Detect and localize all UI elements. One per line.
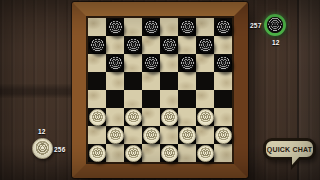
board-square[interactable] — [214, 36, 232, 54]
checkers-board — [88, 18, 232, 162]
quick-chat-button[interactable]: QUICK CHAT — [263, 138, 316, 160]
light-checker[interactable] — [197, 145, 214, 162]
board-square[interactable] — [106, 144, 124, 162]
board-square[interactable] — [106, 72, 124, 90]
dark-checker[interactable] — [125, 37, 142, 54]
board-square[interactable] — [214, 72, 232, 90]
board-square[interactable] — [124, 144, 142, 162]
dark-checker[interactable] — [215, 19, 232, 36]
board-square[interactable] — [124, 54, 142, 72]
board-square[interactable] — [160, 108, 178, 126]
board-square[interactable] — [196, 72, 214, 90]
board-square[interactable] — [88, 108, 106, 126]
dark-checker[interactable] — [89, 37, 106, 54]
game-stage: 257 12 12 256 QUICK CHAT — [0, 0, 320, 180]
board-square[interactable] — [178, 72, 196, 90]
board-square[interactable] — [124, 126, 142, 144]
dark-checker[interactable] — [179, 19, 196, 36]
board-square[interactable] — [196, 144, 214, 162]
opponent-score: 257 — [250, 22, 261, 29]
board-square[interactable] — [106, 18, 124, 36]
board-square[interactable] — [214, 126, 232, 144]
board-square[interactable] — [196, 36, 214, 54]
light-checker[interactable] — [89, 145, 106, 162]
board-square[interactable] — [106, 126, 124, 144]
board-square[interactable] — [214, 54, 232, 72]
board-square[interactable] — [160, 54, 178, 72]
board-square[interactable] — [88, 54, 106, 72]
light-checker[interactable] — [215, 127, 232, 144]
board-square[interactable] — [160, 72, 178, 90]
board-square[interactable] — [142, 54, 160, 72]
wood-plank-shadow — [0, 84, 74, 98]
dark-checker[interactable] — [107, 19, 124, 36]
light-checker[interactable] — [161, 109, 178, 126]
board-square[interactable] — [124, 72, 142, 90]
board-square[interactable] — [124, 90, 142, 108]
board-square[interactable] — [214, 144, 232, 162]
turn-indicator-ring — [264, 14, 286, 36]
opponent-checker-icon — [267, 17, 283, 33]
quick-chat-bubble-tail-fill — [292, 156, 300, 165]
board-square[interactable] — [196, 18, 214, 36]
board-square[interactable] — [160, 36, 178, 54]
board-square[interactable] — [160, 144, 178, 162]
light-checker[interactable] — [197, 109, 214, 126]
board-square[interactable] — [106, 90, 124, 108]
board-square[interactable] — [124, 18, 142, 36]
board-square[interactable] — [142, 90, 160, 108]
light-checker[interactable] — [125, 109, 142, 126]
board-square[interactable] — [178, 54, 196, 72]
board-square[interactable] — [88, 72, 106, 90]
quick-chat-label: QUICK CHAT — [267, 146, 312, 153]
dark-checker[interactable] — [179, 55, 196, 72]
board-square[interactable] — [142, 126, 160, 144]
board-square[interactable] — [214, 108, 232, 126]
board-square[interactable] — [88, 90, 106, 108]
board-square[interactable] — [142, 144, 160, 162]
board-square[interactable] — [196, 54, 214, 72]
board-square[interactable] — [178, 126, 196, 144]
board-square[interactable] — [178, 144, 196, 162]
board-square[interactable] — [178, 18, 196, 36]
dark-checker[interactable] — [161, 37, 178, 54]
player-score: 256 — [54, 146, 65, 153]
light-checker[interactable] — [107, 127, 124, 144]
dark-checker[interactable] — [143, 55, 160, 72]
board-square[interactable] — [106, 54, 124, 72]
dark-checker[interactable] — [197, 37, 214, 54]
board-square[interactable] — [160, 18, 178, 36]
board-square[interactable] — [88, 144, 106, 162]
board-square[interactable] — [124, 108, 142, 126]
board-square[interactable] — [178, 36, 196, 54]
board-square[interactable] — [88, 36, 106, 54]
board-square[interactable] — [142, 108, 160, 126]
board-square[interactable] — [196, 126, 214, 144]
light-checker[interactable] — [179, 127, 196, 144]
board-square[interactable] — [88, 126, 106, 144]
light-checker[interactable] — [89, 109, 106, 126]
dark-checker[interactable] — [143, 19, 160, 36]
light-checker[interactable] — [161, 145, 178, 162]
dark-checker[interactable] — [215, 55, 232, 72]
dark-checker[interactable] — [107, 55, 124, 72]
board-square[interactable] — [196, 108, 214, 126]
board-square[interactable] — [214, 90, 232, 108]
board-square[interactable] — [196, 90, 214, 108]
board-square[interactable] — [214, 18, 232, 36]
board-square[interactable] — [178, 90, 196, 108]
light-checker[interactable] — [125, 145, 142, 162]
board-square[interactable] — [124, 36, 142, 54]
board-square[interactable] — [160, 126, 178, 144]
board-square[interactable] — [142, 36, 160, 54]
board-square[interactable] — [142, 18, 160, 36]
light-checker[interactable] — [143, 127, 160, 144]
player-checker-icon — [32, 138, 53, 159]
player-piece-count: 12 — [38, 128, 46, 135]
opponent-piece-count: 12 — [272, 39, 280, 46]
board-square[interactable] — [160, 90, 178, 108]
board-square[interactable] — [178, 108, 196, 126]
board-square[interactable] — [142, 72, 160, 90]
board-square[interactable] — [106, 108, 124, 126]
board-square[interactable] — [88, 18, 106, 36]
board-square[interactable] — [106, 36, 124, 54]
